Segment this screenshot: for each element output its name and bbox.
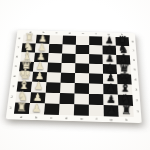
square-d2 bbox=[59, 93, 74, 104]
coord-label: 2 bbox=[10, 95, 13, 98]
square-d4 bbox=[61, 73, 76, 83]
coord-label: 6 bbox=[133, 59, 135, 62]
coord-label: 4 bbox=[134, 78, 136, 81]
square-e6 bbox=[75, 54, 89, 64]
square-f7 bbox=[89, 45, 103, 55]
board-tilt-wrapper: abcdefgh abcdefgh 87654321 87654321 ♜♟♟♜… bbox=[0, 0, 150, 150]
coord-label: d bbox=[65, 117, 68, 120]
coord-label: 3 bbox=[135, 88, 138, 91]
square-e3 bbox=[74, 83, 89, 94]
coord-label: 6 bbox=[16, 56, 19, 59]
coord-label: 8 bbox=[132, 41, 134, 44]
square-c3 bbox=[46, 82, 61, 93]
coord-label: e bbox=[82, 32, 84, 35]
square-a1: ♜ bbox=[14, 103, 30, 115]
square-e5 bbox=[75, 63, 89, 73]
chessboard: abcdefgh abcdefgh 87654321 87654321 ♜♟♟♜… bbox=[6, 30, 142, 123]
square-g1: ♟ bbox=[104, 105, 119, 117]
square-d1 bbox=[59, 104, 74, 116]
coord-label: 5 bbox=[14, 65, 17, 68]
square-d3 bbox=[60, 83, 75, 94]
coord-label: d bbox=[69, 32, 71, 35]
square-e1 bbox=[74, 104, 89, 116]
square-d8 bbox=[63, 36, 77, 45]
square-c1 bbox=[44, 103, 60, 115]
coord-label: c bbox=[56, 32, 58, 35]
coord-label: 7 bbox=[132, 50, 134, 53]
square-e4 bbox=[75, 73, 89, 83]
product-photo-scene: abcdefgh abcdefgh 87654321 87654321 ♜♟♟♜… bbox=[0, 0, 150, 150]
square-f5 bbox=[89, 64, 103, 74]
coord-label: 5 bbox=[133, 68, 135, 71]
coord-label: b bbox=[35, 116, 38, 119]
square-h1: ♜ bbox=[118, 105, 133, 117]
square-f1 bbox=[89, 105, 104, 117]
square-d6 bbox=[62, 53, 76, 63]
coord-label: f bbox=[95, 33, 96, 36]
square-f6 bbox=[89, 54, 103, 64]
coord-label: 7 bbox=[17, 46, 19, 49]
vinyl-mat: abcdefgh abcdefgh 87654321 87654321 ♜♟♟♜… bbox=[6, 30, 142, 123]
white-rook-piece: ♜ bbox=[16, 101, 27, 113]
square-c8 bbox=[49, 35, 63, 44]
square-e8 bbox=[76, 36, 89, 45]
black-pawn-piece: ♟ bbox=[107, 105, 117, 116]
coord-label: a bbox=[20, 116, 23, 119]
square-c2 bbox=[45, 93, 60, 104]
board-grid: ♜♟♟♜♞♟♟♞♝♟♟♝♛♟♟♛♚♟♟♚♝♟♟♝♞♟♟♞♜♟♟♜ bbox=[14, 34, 134, 117]
coord-label: 4 bbox=[13, 75, 16, 78]
square-c7 bbox=[48, 44, 62, 53]
square-f3 bbox=[89, 83, 103, 94]
square-f2 bbox=[89, 94, 104, 105]
square-e2 bbox=[74, 93, 89, 104]
square-b1: ♟ bbox=[29, 103, 45, 115]
square-f4 bbox=[89, 73, 103, 83]
square-c4 bbox=[46, 72, 61, 82]
square-d5 bbox=[61, 63, 75, 73]
coord-label: f bbox=[96, 118, 97, 121]
coord-label: 1 bbox=[9, 106, 12, 109]
square-c6 bbox=[48, 53, 62, 63]
coord-label: 8 bbox=[18, 37, 20, 40]
coord-label: 3 bbox=[12, 85, 15, 88]
coord-label: h bbox=[125, 118, 128, 121]
black-rook-piece: ♜ bbox=[121, 104, 132, 116]
white-pawn-piece: ♟ bbox=[32, 103, 42, 114]
coord-label: 2 bbox=[136, 99, 139, 102]
coord-label: c bbox=[50, 116, 52, 119]
square-f8 bbox=[89, 36, 102, 45]
coord-label: 1 bbox=[136, 110, 139, 113]
square-e7 bbox=[76, 45, 90, 55]
square-c5 bbox=[47, 62, 61, 72]
coord-label: e bbox=[81, 117, 83, 120]
coord-label: g bbox=[110, 118, 113, 121]
square-d7 bbox=[62, 44, 76, 54]
